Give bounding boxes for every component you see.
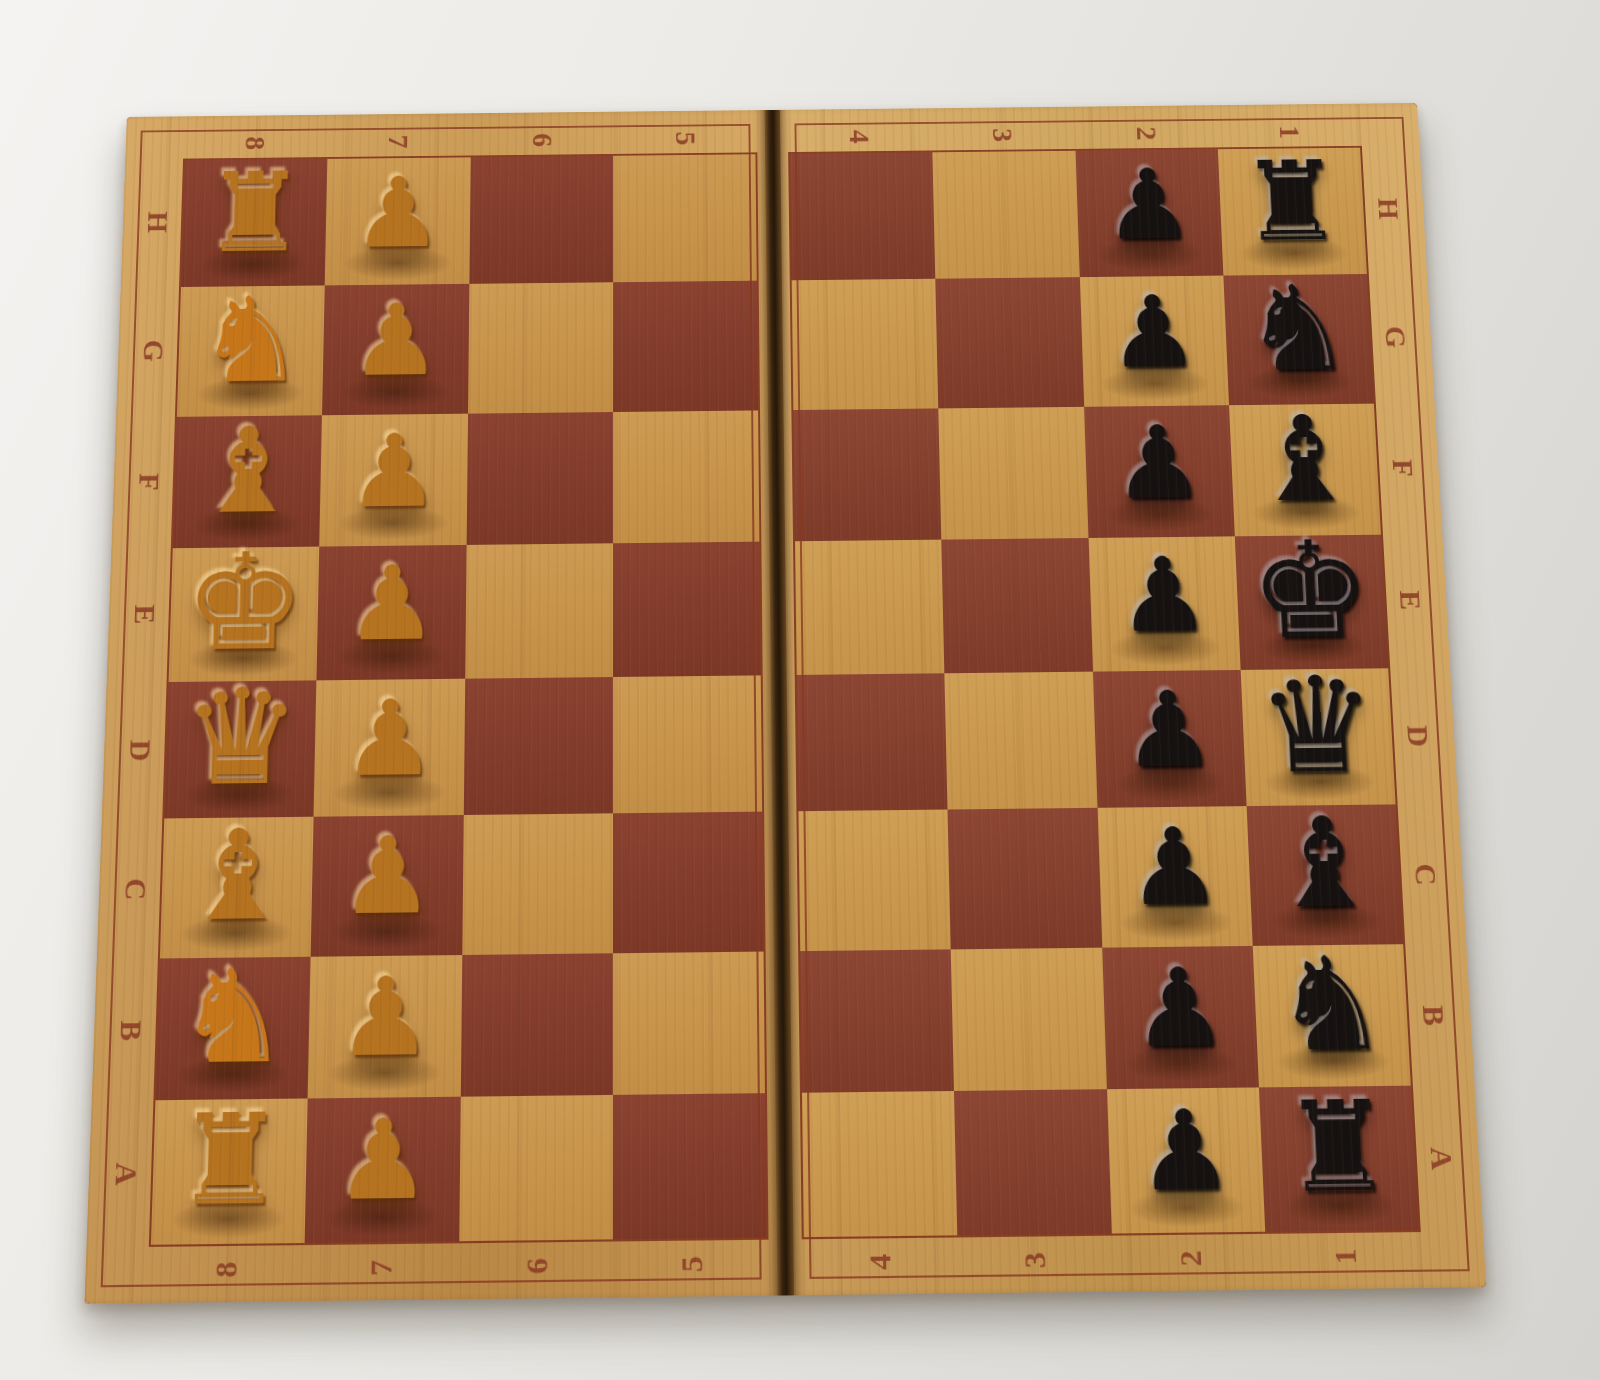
square-h3 [933,151,1080,279]
square-c5 [613,812,764,953]
square-h5 [613,154,757,282]
square-g6 [468,282,613,413]
white-pawn-glyph: ♟ [347,420,440,521]
black-king-glyph: ♚ [1247,523,1374,658]
square-e6 [465,543,613,679]
piece-white-pawn-d7: ♟ [314,679,465,817]
square-g2: ♟ [1079,276,1228,407]
piece-white-knight-g8: ♞ [177,286,325,417]
piece-black-pawn-d2: ♟ [1093,670,1247,808]
square-d5 [613,675,762,813]
square-b5 [613,951,765,1095]
white-knight-glyph: ♞ [175,951,292,1081]
white-pawn-glyph: ♟ [352,164,444,262]
piece-black-pawn-h2: ♟ [1075,149,1223,277]
piece-black-pawn-e2: ♟ [1088,536,1240,672]
black-pawn-glyph: ♟ [1102,156,1196,253]
white-bishop-glyph: ♝ [193,411,304,530]
square-c6 [462,814,613,955]
black-pawn-glyph: ♟ [1106,282,1201,381]
piece-white-pawn-e7: ♟ [317,545,466,681]
square-e4 [795,539,945,675]
black-knight-glyph: ♞ [1241,270,1355,388]
square-f7: ♟ [319,413,467,546]
piece-white-queen-d8: ♛ [164,680,316,818]
square-h1: ♜ [1218,148,1367,276]
board-left-half: 8765 8765 HGFEDCBA ♜♟♞♟♝♟♚♟♛♟♝♟♞♟♜♟ [84,110,777,1304]
square-d3 [945,672,1097,810]
black-knight-glyph: ♞ [1271,939,1391,1069]
black-bishop-glyph: ♝ [1248,400,1361,519]
black-pawn-glyph: ♟ [1111,412,1207,513]
black-bishop-glyph: ♝ [1266,801,1383,927]
white-pawn-glyph: ♟ [342,686,437,791]
square-g4 [792,279,939,410]
white-rook-glyph: ♜ [202,158,307,269]
piece-black-pawn-a2: ♟ [1106,1087,1265,1233]
piece-black-pawn-g2: ♟ [1079,276,1228,407]
white-bishop-glyph: ♝ [180,813,294,939]
square-c3 [948,808,1102,949]
square-b4 [800,949,954,1093]
board-right-half: 4321 4321 HGFEDCBA ♟♜♟♞♟♝♟♚♟♛♟♝♟♞♟♜ [780,103,1486,1295]
piece-white-rook-h8: ♜ [181,159,328,287]
black-queen-glyph: ♛ [1255,659,1380,792]
piece-black-pawn-b2: ♟ [1102,945,1259,1089]
square-f6 [466,412,613,545]
square-h2: ♟ [1075,149,1223,277]
square-a5 [613,1093,767,1239]
square-d1: ♛ [1240,668,1395,806]
square-e5 [613,541,761,677]
piece-black-queen-d1: ♛ [1240,668,1395,806]
square-f4 [793,408,941,541]
square-h7: ♟ [325,157,470,285]
square-c2: ♟ [1097,806,1252,947]
white-pawn-glyph: ♟ [339,822,435,929]
piece-white-bishop-c8: ♝ [160,817,314,958]
black-rook-glyph: ♜ [1280,1084,1395,1210]
black-pawn-glyph: ♟ [1115,543,1211,646]
white-knight-glyph: ♞ [196,281,307,400]
piece-white-pawn-a7: ♟ [305,1096,460,1243]
white-king-glyph: ♚ [182,535,307,670]
white-rook-glyph: ♜ [174,1097,287,1223]
square-f5 [613,410,760,543]
black-pawn-glyph: ♟ [1120,677,1217,782]
square-c1: ♝ [1246,805,1403,946]
square-h8: ♜ [181,159,328,287]
square-d8: ♛ [164,680,316,818]
piece-white-pawn-c7: ♟ [311,815,463,956]
square-a7: ♟ [305,1096,460,1243]
black-rook-glyph: ♜ [1238,147,1345,258]
piece-white-pawn-b7: ♟ [308,954,462,1098]
chess-board: 8765 8765 HGFEDCBA ♜♟♞♟♝♟♚♟♛♟♝♟♞♟♜♟ 4321… [84,103,1486,1304]
square-a2: ♟ [1106,1087,1265,1233]
piece-black-pawn-c2: ♟ [1097,806,1252,947]
square-b3 [951,947,1107,1091]
square-a3 [954,1089,1111,1235]
bottom-rank-labels-right: 4321 [802,1236,1423,1282]
piece-black-rook-a1: ♜ [1259,1085,1419,1231]
square-d6 [463,677,612,815]
piece-white-pawn-h7: ♟ [325,157,470,285]
left-half-squares: ♜♟♞♟♝♟♚♟♛♟♝♟♞♟♜♟ [149,152,769,1247]
bottom-rank-labels-left: 8765 [147,1244,769,1290]
square-g3 [936,277,1084,408]
square-a4 [802,1091,958,1237]
square-a8: ♜ [151,1098,308,1245]
square-e3 [942,538,1093,674]
square-e2: ♟ [1088,536,1240,672]
square-g8: ♞ [177,286,325,417]
piece-black-knight-b1: ♞ [1252,944,1410,1087]
piece-white-knight-b8: ♞ [155,956,310,1100]
square-g7: ♟ [322,284,469,415]
piece-black-bishop-c1: ♝ [1246,805,1403,946]
square-d7: ♟ [314,679,465,817]
square-h4 [790,152,935,280]
right-half-squares: ♟♜♟♞♟♝♟♚♟♛♟♝♟♞♟♜ [788,146,1421,1239]
square-c8: ♝ [160,817,314,958]
piece-white-pawn-f7: ♟ [319,413,467,546]
square-e7: ♟ [317,545,466,681]
square-h6 [469,156,613,284]
black-pawn-glyph: ♟ [1135,1095,1235,1206]
piece-black-knight-g1: ♞ [1223,274,1374,405]
square-g1: ♞ [1223,274,1374,405]
square-a6 [459,1095,613,1242]
square-a1: ♜ [1259,1085,1419,1231]
photo-background: 8765 8765 HGFEDCBA ♜♟♞♟♝♟♚♟♛♟♝♟♞♟♜♟ 4321… [0,0,1600,1380]
square-b2: ♟ [1102,945,1259,1089]
piece-black-pawn-f2: ♟ [1084,405,1235,538]
white-queen-glyph: ♛ [180,671,302,804]
square-f2: ♟ [1084,405,1235,538]
white-pawn-glyph: ♟ [345,552,439,655]
square-b7: ♟ [308,954,462,1098]
square-c7: ♟ [311,815,463,956]
white-pawn-glyph: ♟ [334,1104,432,1215]
square-d2: ♟ [1093,670,1247,808]
square-b6 [460,953,612,1097]
square-f3 [938,406,1088,539]
square-b1: ♞ [1252,944,1410,1087]
piece-white-pawn-g7: ♟ [322,284,469,415]
black-pawn-glyph: ♟ [1130,953,1229,1062]
piece-white-rook-a8: ♜ [151,1098,308,1245]
square-g5 [613,281,758,412]
black-pawn-glyph: ♟ [1125,814,1223,921]
square-b8: ♞ [155,956,310,1100]
piece-black-rook-h1: ♜ [1218,148,1367,276]
square-c4 [798,810,951,951]
white-pawn-glyph: ♟ [337,962,434,1071]
square-d4 [797,673,948,811]
white-pawn-glyph: ♟ [350,291,442,390]
